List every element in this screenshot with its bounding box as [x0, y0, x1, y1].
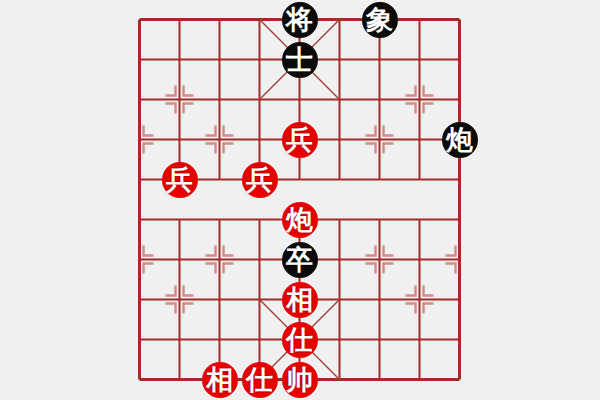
piece-red-elephant[interactable]: 相 [202, 362, 238, 398]
piece-red-soldier[interactable]: 兵 [162, 162, 198, 198]
piece-black-cannon[interactable]: 炮 [442, 122, 478, 158]
piece-red-advisor[interactable]: 仕 [242, 362, 278, 398]
xiangqi-board[interactable]: 将象士兵炮兵兵炮卒相仕相仕帅 [0, 0, 600, 400]
piece-red-advisor[interactable]: 仕 [282, 322, 318, 358]
piece-black-advisor[interactable]: 士 [282, 42, 318, 78]
piece-black-soldier[interactable]: 卒 [282, 242, 318, 278]
piece-red-elephant[interactable]: 相 [282, 282, 318, 318]
piece-black-elephant[interactable]: 象 [362, 2, 398, 38]
pieces-layer: 将象士兵炮兵兵炮卒相仕相仕帅 [120, 0, 480, 400]
piece-red-cannon[interactable]: 炮 [282, 202, 318, 238]
piece-red-soldier[interactable]: 兵 [282, 122, 318, 158]
piece-black-general[interactable]: 将 [282, 2, 318, 38]
piece-red-soldier[interactable]: 兵 [242, 162, 278, 198]
piece-red-general[interactable]: 帅 [282, 362, 318, 398]
xiangqi-screenshot: 将象士兵炮兵兵炮卒相仕相仕帅 [0, 0, 600, 400]
